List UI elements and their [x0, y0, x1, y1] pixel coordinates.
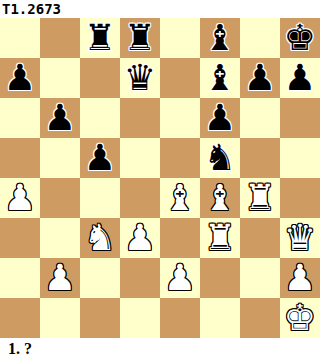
square-g8[interactable] [240, 18, 280, 58]
square-f7[interactable]: ♝ [200, 58, 240, 98]
square-d4[interactable] [120, 178, 160, 218]
square-h6[interactable] [280, 98, 320, 138]
piece-white-rook[interactable]: ♜ [204, 218, 236, 258]
piece-white-bishop[interactable]: ♝ [204, 178, 236, 218]
square-c1[interactable] [80, 298, 120, 338]
square-h5[interactable] [280, 138, 320, 178]
square-f1[interactable] [200, 298, 240, 338]
square-g1[interactable] [240, 298, 280, 338]
piece-white-pawn[interactable]: ♟ [284, 258, 316, 298]
square-b1[interactable] [40, 298, 80, 338]
piece-black-queen[interactable]: ♛ [124, 58, 156, 98]
square-e3[interactable] [160, 218, 200, 258]
square-h8[interactable]: ♚ [280, 18, 320, 58]
square-h4[interactable] [280, 178, 320, 218]
square-f6[interactable]: ♟ [200, 98, 240, 138]
square-e5[interactable] [160, 138, 200, 178]
square-a7[interactable]: ♟ [0, 58, 40, 98]
square-c6[interactable] [80, 98, 120, 138]
square-c8[interactable]: ♜ [80, 18, 120, 58]
square-g3[interactable] [240, 218, 280, 258]
square-e8[interactable] [160, 18, 200, 58]
piece-black-pawn[interactable]: ♟ [44, 98, 76, 138]
square-b3[interactable] [40, 218, 80, 258]
square-g4[interactable]: ♜ [240, 178, 280, 218]
piece-white-bishop[interactable]: ♝ [164, 178, 196, 218]
piece-black-pawn[interactable]: ♟ [244, 58, 276, 98]
square-e1[interactable] [160, 298, 200, 338]
piece-black-pawn[interactable]: ♟ [84, 138, 116, 178]
square-g5[interactable] [240, 138, 280, 178]
square-a3[interactable] [0, 218, 40, 258]
square-d6[interactable] [120, 98, 160, 138]
title-bar: T1.2673 [0, 0, 320, 18]
square-e4[interactable]: ♝ [160, 178, 200, 218]
puzzle-title: T1.2673 [0, 1, 61, 17]
piece-white-pawn[interactable]: ♟ [164, 258, 196, 298]
square-d1[interactable] [120, 298, 160, 338]
square-b6[interactable]: ♟ [40, 98, 80, 138]
square-a8[interactable] [0, 18, 40, 58]
piece-black-bishop[interactable]: ♝ [204, 58, 236, 98]
square-c2[interactable] [80, 258, 120, 298]
piece-white-pawn[interactable]: ♟ [124, 218, 156, 258]
piece-black-king[interactable]: ♚ [284, 18, 316, 58]
square-f5[interactable]: ♞ [200, 138, 240, 178]
piece-white-rook[interactable]: ♜ [244, 178, 276, 218]
square-a2[interactable] [0, 258, 40, 298]
piece-white-queen[interactable]: ♛ [284, 218, 316, 258]
square-a4[interactable]: ♟ [0, 178, 40, 218]
piece-black-knight[interactable]: ♞ [204, 138, 236, 178]
square-b2[interactable]: ♟ [40, 258, 80, 298]
piece-white-knight[interactable]: ♞ [84, 218, 116, 258]
piece-black-pawn[interactable]: ♟ [284, 58, 316, 98]
square-g2[interactable] [240, 258, 280, 298]
square-d2[interactable] [120, 258, 160, 298]
square-d8[interactable]: ♜ [120, 18, 160, 58]
square-c4[interactable] [80, 178, 120, 218]
square-f8[interactable]: ♝ [200, 18, 240, 58]
piece-black-rook[interactable]: ♜ [124, 18, 156, 58]
square-b4[interactable] [40, 178, 80, 218]
piece-black-pawn[interactable]: ♟ [204, 98, 236, 138]
square-d5[interactable] [120, 138, 160, 178]
square-h3[interactable]: ♛ [280, 218, 320, 258]
move-bar: 1. ? [0, 338, 320, 360]
square-c5[interactable]: ♟ [80, 138, 120, 178]
square-a1[interactable] [0, 298, 40, 338]
square-b8[interactable] [40, 18, 80, 58]
square-h1[interactable]: ♚ [280, 298, 320, 338]
square-e6[interactable] [160, 98, 200, 138]
square-d3[interactable]: ♟ [120, 218, 160, 258]
square-b5[interactable] [40, 138, 80, 178]
piece-black-rook[interactable]: ♜ [84, 18, 116, 58]
piece-white-king[interactable]: ♚ [284, 298, 316, 338]
chess-puzzle-page: T1.2673 ♜♜♝♚♟♛♝♟♟♟♟♟♞♟♝♝♜♞♟♜♛♟♟♟♚ 1. ? [0, 0, 320, 360]
square-f2[interactable] [200, 258, 240, 298]
square-h7[interactable]: ♟ [280, 58, 320, 98]
piece-black-bishop[interactable]: ♝ [204, 18, 236, 58]
piece-black-pawn[interactable]: ♟ [4, 58, 36, 98]
square-g6[interactable] [240, 98, 280, 138]
move-prompt: 1. ? [0, 340, 32, 358]
square-e7[interactable] [160, 58, 200, 98]
square-e2[interactable]: ♟ [160, 258, 200, 298]
square-h2[interactable]: ♟ [280, 258, 320, 298]
square-d7[interactable]: ♛ [120, 58, 160, 98]
piece-white-pawn[interactable]: ♟ [4, 178, 36, 218]
square-b7[interactable] [40, 58, 80, 98]
square-a5[interactable] [0, 138, 40, 178]
square-g7[interactable]: ♟ [240, 58, 280, 98]
square-f3[interactable]: ♜ [200, 218, 240, 258]
square-a6[interactable] [0, 98, 40, 138]
square-c3[interactable]: ♞ [80, 218, 120, 258]
square-c7[interactable] [80, 58, 120, 98]
chess-board: ♜♜♝♚♟♛♝♟♟♟♟♟♞♟♝♝♜♞♟♜♛♟♟♟♚ [0, 18, 320, 338]
piece-white-pawn[interactable]: ♟ [44, 258, 76, 298]
square-f4[interactable]: ♝ [200, 178, 240, 218]
